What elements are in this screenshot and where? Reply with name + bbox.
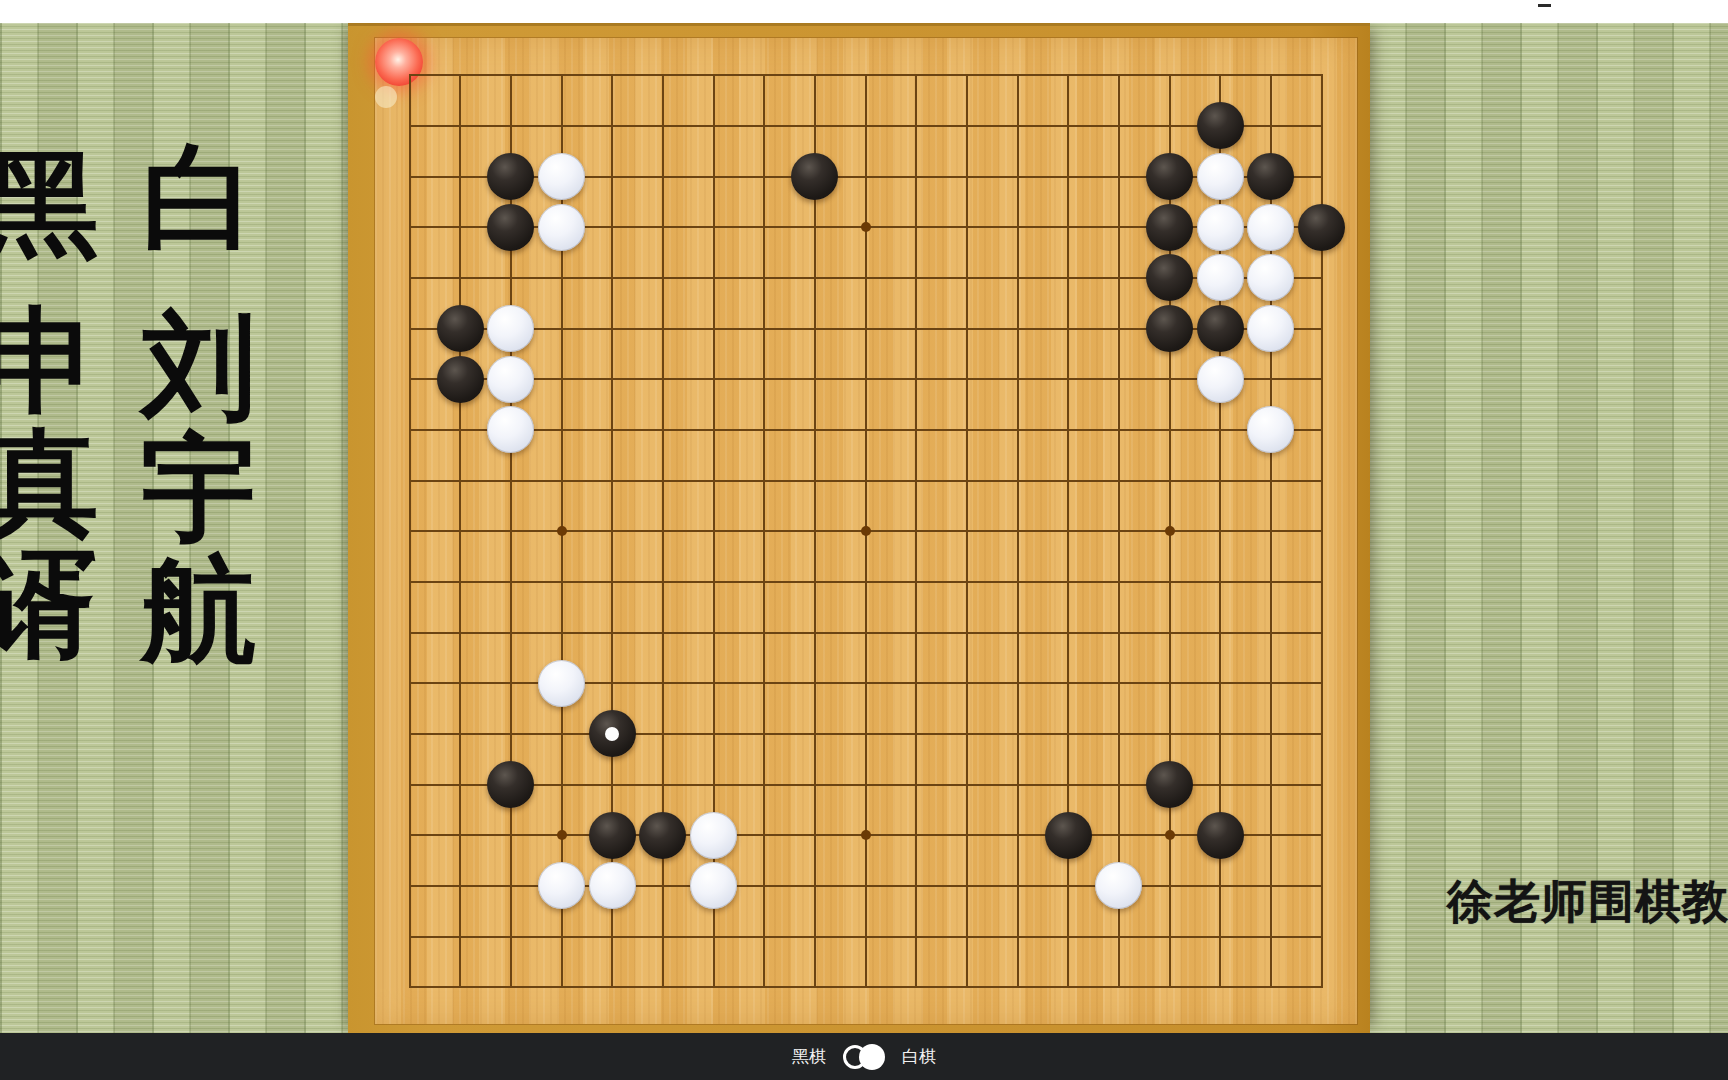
white-stone	[538, 153, 585, 200]
stone-color-toggle[interactable]	[843, 1044, 885, 1070]
star-point	[557, 830, 567, 840]
black-stone	[1197, 305, 1244, 352]
white-stone	[1197, 254, 1244, 301]
star-point	[1165, 830, 1175, 840]
white-stone	[1095, 862, 1142, 909]
white-stone	[1247, 305, 1294, 352]
black-stone	[1146, 305, 1193, 352]
white-stone	[690, 862, 737, 909]
black-stone	[1247, 153, 1294, 200]
black-stone	[437, 305, 484, 352]
white-stone	[1247, 406, 1294, 453]
black-stone	[589, 710, 636, 757]
black-stone	[487, 204, 534, 251]
white-stone	[690, 812, 737, 859]
black-stone	[1298, 204, 1345, 251]
player-black-label: 黑	[0, 143, 102, 265]
black-stone	[791, 153, 838, 200]
black-stone	[1146, 254, 1193, 301]
white-stone	[487, 356, 534, 403]
black-stone	[1146, 153, 1193, 200]
toggle-label-white: 白棋	[902, 1045, 936, 1068]
white-stone	[1197, 204, 1244, 251]
board-grid-line-h	[409, 936, 1323, 938]
white-stone	[538, 660, 585, 707]
black-stone	[1146, 204, 1193, 251]
suggested-move-marker	[375, 38, 423, 86]
board-grid-line-h	[409, 733, 1323, 735]
white-stone	[1247, 254, 1294, 301]
board-grid-line-v	[966, 74, 968, 988]
black-stone	[1197, 102, 1244, 149]
board-grid-line-v	[915, 74, 917, 988]
player-black-name: 申真谞	[0, 300, 102, 666]
go-board[interactable]	[375, 38, 1357, 1024]
black-stone	[487, 153, 534, 200]
page-background: 黑 申真谞 白 刘宇航 徐老师围棋教室 黑棋 白棋	[0, 0, 1728, 1080]
star-point	[861, 222, 871, 232]
black-stone	[1197, 812, 1244, 859]
toggle-label-black: 黑棋	[792, 1045, 826, 1068]
minimize-icon[interactable]	[1538, 4, 1551, 7]
white-stone	[538, 862, 585, 909]
white-stone	[538, 204, 585, 251]
board-grid-line-v	[1118, 74, 1120, 988]
star-point	[861, 526, 871, 536]
watermark-text: 徐老师围棋教室	[1447, 871, 1728, 933]
black-stone	[1045, 812, 1092, 859]
white-stone	[1197, 153, 1244, 200]
star-point	[1165, 526, 1175, 536]
hover-ghost-stone	[375, 86, 397, 108]
player-white-name: 刘宇航	[138, 305, 260, 671]
white-stone	[487, 406, 534, 453]
board-grid-line-h	[409, 632, 1323, 634]
white-stone	[487, 305, 534, 352]
white-stone	[1197, 356, 1244, 403]
board-grid-line-v	[1017, 74, 1019, 988]
black-stone	[639, 812, 686, 859]
white-stone	[589, 862, 636, 909]
player-white-label: 白	[138, 136, 260, 258]
white-stone	[1247, 204, 1294, 251]
star-point	[557, 526, 567, 536]
star-point	[861, 830, 871, 840]
black-stone	[589, 812, 636, 859]
black-stone	[1146, 761, 1193, 808]
bottom-bar: 黑棋 白棋	[0, 1033, 1728, 1080]
board-grid-line-h	[409, 986, 1323, 988]
last-move-marker	[605, 727, 619, 741]
top-strip	[0, 0, 1728, 23]
white-stone-toggle-icon	[859, 1044, 885, 1070]
black-stone	[437, 356, 484, 403]
board-grid-line-h	[409, 581, 1323, 583]
black-stone	[487, 761, 534, 808]
